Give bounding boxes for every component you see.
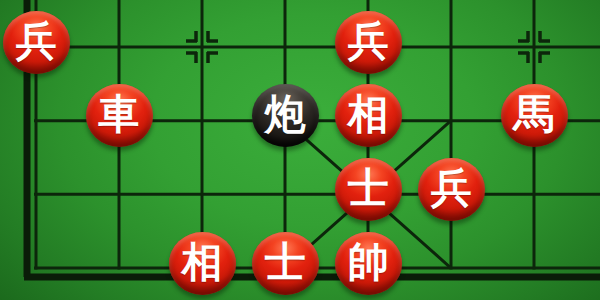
piece-glyph: 相 bbox=[348, 94, 389, 135]
piece-glyph: 帥 bbox=[348, 242, 389, 283]
xiangqi-board: 兵兵車炮相馬士兵相士帥 bbox=[0, 0, 600, 300]
piece-red-advisor-d10[interactable]: 士 bbox=[252, 232, 319, 295]
piece-black-cannon-d8[interactable]: 炮 bbox=[252, 84, 319, 147]
piece-glyph: 相 bbox=[182, 242, 223, 283]
piece-red-elephant-c10[interactable]: 相 bbox=[169, 232, 236, 295]
piece-glyph: 車 bbox=[99, 94, 140, 135]
piece-glyph: 炮 bbox=[265, 94, 306, 135]
piece-glyph: 士 bbox=[348, 168, 389, 209]
piece-red-soldier-e7[interactable]: 兵 bbox=[335, 11, 402, 74]
piece-red-chariot-b8[interactable]: 車 bbox=[86, 84, 153, 147]
piece-red-soldier-a7[interactable]: 兵 bbox=[3, 11, 70, 74]
piece-red-advisor-e9[interactable]: 士 bbox=[335, 158, 402, 221]
piece-glyph: 兵 bbox=[348, 21, 389, 62]
piece-glyph: 馬 bbox=[514, 94, 555, 135]
piece-glyph: 兵 bbox=[431, 168, 472, 209]
piece-red-elephant-e8[interactable]: 相 bbox=[335, 84, 402, 147]
piece-red-horse-g8[interactable]: 馬 bbox=[501, 84, 568, 147]
piece-red-soldier-f9[interactable]: 兵 bbox=[418, 158, 485, 221]
piece-red-general-e10[interactable]: 帥 bbox=[335, 232, 402, 295]
piece-glyph: 兵 bbox=[16, 21, 57, 62]
piece-glyph: 士 bbox=[265, 242, 306, 283]
